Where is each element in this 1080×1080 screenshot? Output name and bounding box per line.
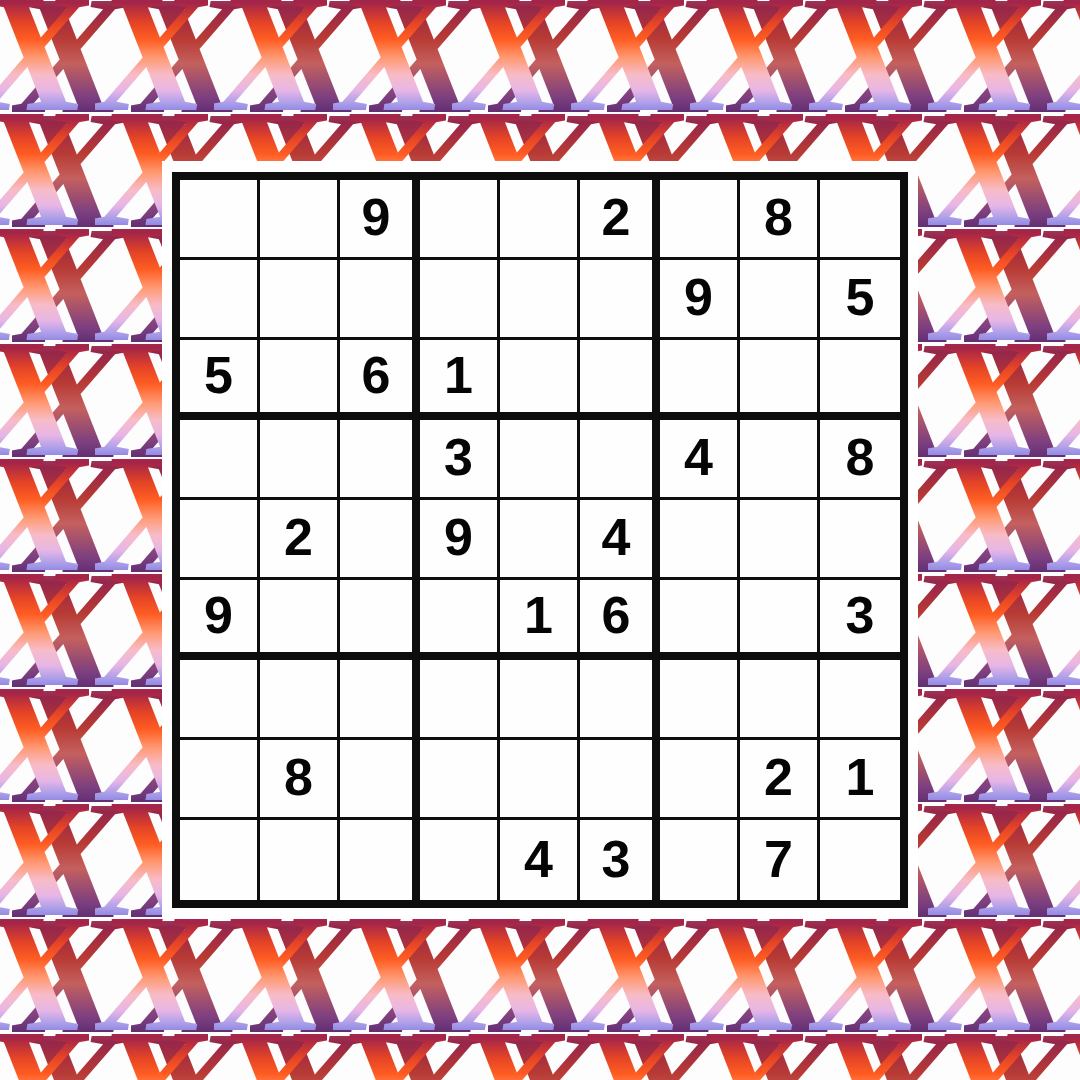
x-letter-layer: X <box>937 437 1050 607</box>
background-x-letter: XXX <box>1047 1003 1080 1080</box>
x-letter-layer: X <box>0 428 89 598</box>
sudoku-given-digit: 1 <box>846 751 875 803</box>
x-letter-layer: X <box>937 667 1050 837</box>
sudoku-given-digit: 2 <box>602 191 631 243</box>
sudoku-cell-r2c5[interactable] <box>500 260 580 340</box>
x-letter-layer: X <box>1056 322 1080 492</box>
sudoku-given-digit: 8 <box>846 431 875 483</box>
x-letter-layer: X <box>0 313 89 483</box>
sudoku-cell-r1c7[interactable] <box>660 180 740 260</box>
sudoku-cell-r9c2[interactable] <box>260 820 340 900</box>
x-letter-layer: X <box>580 1012 693 1080</box>
sudoku-cell-r5c1[interactable] <box>180 500 260 580</box>
x-letter-layer: X <box>937 322 1050 492</box>
x-letter-layer: X <box>690 1003 803 1080</box>
x-letter-layer: X <box>333 0 446 138</box>
x-letter-layer: X <box>928 83 1041 253</box>
sudoku-given-digit: 4 <box>524 833 553 885</box>
sudoku-cell-r6c9[interactable]: 3 <box>820 580 900 660</box>
x-letter-layer: X <box>95 1003 208 1080</box>
background-x-letter: XXX <box>0 83 98 253</box>
sudoku-cell-r3c4[interactable]: 1 <box>420 340 500 420</box>
x-letter-layer: X <box>0 437 98 607</box>
background-x-letter: XXX <box>1047 543 1080 713</box>
background-x-letter: XXX <box>571 1003 693 1080</box>
x-letter-layer: X <box>95 0 208 138</box>
background-x-letter: XXX <box>0 198 98 368</box>
background-x-letter: XXX <box>95 1003 217 1080</box>
x-letter-layer: X <box>1056 207 1080 377</box>
x-letter-layer: X <box>223 897 336 1067</box>
sudoku-board: 928955613482949163821437 <box>172 172 908 908</box>
background-x-letter: XXX <box>928 198 1050 368</box>
sudoku-cell-r8c4[interactable] <box>420 740 500 820</box>
sudoku-cell-r8c1[interactable] <box>180 740 260 820</box>
sudoku-cell-r4c3[interactable] <box>340 420 420 500</box>
background-x-letter: XXX <box>1047 83 1080 253</box>
sudoku-cell-r1c4[interactable] <box>420 180 500 260</box>
sudoku-cell-r5c9[interactable] <box>820 500 900 580</box>
sudoku-cell-r2c3[interactable] <box>340 260 420 340</box>
x-letter-layer: X <box>1047 0 1080 138</box>
sudoku-given-digit: 3 <box>602 833 631 885</box>
sudoku-cell-r2c1[interactable] <box>180 260 260 340</box>
x-letter-layer: X <box>571 1003 684 1080</box>
x-letter-layer: X <box>1047 313 1080 483</box>
x-letter-layer: X <box>369 0 482 140</box>
background-x-letter: XXX <box>0 658 98 828</box>
sudoku-cell-r6c1[interactable]: 9 <box>180 580 260 660</box>
sudoku-cell-r7c7[interactable] <box>660 660 740 740</box>
sudoku-cell-r3c2[interactable] <box>260 340 340 420</box>
sudoku-cell-r3c1[interactable]: 5 <box>180 340 260 420</box>
x-letter-layer: X <box>452 0 565 138</box>
x-letter-layer: X <box>1056 92 1080 262</box>
x-letter-layer: X <box>699 0 812 147</box>
sudoku-cell-r8c9[interactable]: 1 <box>820 740 900 820</box>
sudoku-cell-r1c6[interactable]: 2 <box>580 180 660 260</box>
x-letter-layer: X <box>452 1003 565 1080</box>
sudoku-cell-r6c2[interactable] <box>260 580 340 660</box>
sudoku-cell-r8c7[interactable] <box>660 740 740 820</box>
x-letter-layer: X <box>928 773 1041 943</box>
x-letter-layer: X <box>937 897 1050 1067</box>
sudoku-given-digit: 8 <box>764 191 793 243</box>
x-letter-layer: X <box>928 658 1041 828</box>
x-letter-layer: X <box>607 0 720 140</box>
sudoku-cell-r1c3[interactable]: 9 <box>340 180 420 260</box>
background-x-letter: XXX <box>0 1003 98 1080</box>
x-letter-layer: X <box>809 1003 922 1080</box>
sudoku-given-digit: 9 <box>444 511 473 563</box>
x-letter-layer: X <box>1047 198 1080 368</box>
sudoku-cell-r7c4[interactable] <box>420 660 500 740</box>
x-letter-layer: X <box>12 775 125 945</box>
x-letter-layer: X <box>0 897 98 1067</box>
background-x-letter: XXX <box>1047 313 1080 483</box>
sudoku-cell-r7c1[interactable] <box>180 660 260 740</box>
x-letter-layer: X <box>104 1012 217 1080</box>
sudoku-given-digit: 7 <box>764 833 793 885</box>
x-letter-layer: X <box>928 0 1041 138</box>
sudoku-given-digit: 4 <box>602 511 631 563</box>
background-x-letter: XXX <box>928 0 1050 138</box>
x-letter-layer: X <box>12 545 125 715</box>
x-letter-layer: X <box>1047 543 1080 713</box>
sudoku-given-digit: 4 <box>684 431 713 483</box>
x-letter-layer: X <box>0 83 89 253</box>
background-x-letter: XXX <box>0 313 98 483</box>
sudoku-given-digit: 1 <box>444 349 473 401</box>
x-letter-layer: X <box>1056 0 1080 147</box>
sudoku-cell-r9c1[interactable] <box>180 820 260 900</box>
sudoku-cell-r3c7[interactable] <box>660 340 740 420</box>
x-letter-layer: X <box>333 1003 446 1080</box>
background-x-letter: XXX <box>928 773 1050 943</box>
x-letter-layer: X <box>0 0 98 147</box>
x-letter-layer: X <box>461 1012 574 1080</box>
x-letter-layer: X <box>1056 437 1080 607</box>
x-letter-layer: X <box>0 322 98 492</box>
sudoku-cell-r9c4[interactable] <box>420 820 500 900</box>
x-letter-layer: X <box>937 1012 1050 1080</box>
x-letter-layer: X <box>104 897 217 1067</box>
sudoku-cell-r3c8[interactable] <box>740 340 820 420</box>
x-letter-layer: X <box>964 890 1077 1060</box>
background-x-letter: XXX <box>1047 0 1080 138</box>
x-letter-layer: X <box>131 1005 244 1080</box>
sudoku-cell-r8c6[interactable] <box>580 740 660 820</box>
x-letter-layer: X <box>0 1012 98 1080</box>
background-x-letter: XXX <box>1047 428 1080 598</box>
sudoku-cell-r5c2[interactable]: 2 <box>260 500 340 580</box>
x-letter-layer: X <box>0 198 89 368</box>
background-x-letter: XXX <box>452 0 574 138</box>
sudoku-cell-r2c4[interactable] <box>420 260 500 340</box>
sudoku-cell-r2c9[interactable]: 5 <box>820 260 900 340</box>
x-letter-layer: X <box>928 1003 1041 1080</box>
x-letter-layer: X <box>0 782 98 952</box>
x-letter-layer: X <box>0 667 98 837</box>
sudoku-cell-r1c1[interactable] <box>180 180 260 260</box>
x-letter-layer: X <box>12 200 125 370</box>
x-letter-layer: X <box>928 888 1041 1058</box>
sudoku-given-digit: 3 <box>846 589 875 641</box>
x-letter-layer: X <box>250 0 363 140</box>
sudoku-given-digit: 3 <box>444 431 473 483</box>
x-letter-layer: X <box>964 775 1077 945</box>
x-letter-layer: X <box>1056 782 1080 952</box>
x-letter-layer: X <box>1047 773 1080 943</box>
x-letter-layer: X <box>1047 428 1080 598</box>
x-letter-layer: X <box>12 315 125 485</box>
sudoku-cell-r9c6[interactable]: 3 <box>580 820 660 900</box>
background-x-letter: XXX <box>809 1003 931 1080</box>
x-letter-layer: X <box>342 0 455 147</box>
x-letter-layer: X <box>699 1012 812 1080</box>
sudoku-cell-r3c9[interactable] <box>820 340 900 420</box>
x-letter-layer: X <box>12 890 125 1060</box>
sudoku-cell-r9c3[interactable] <box>340 820 420 900</box>
sudoku-cell-r5c5[interactable] <box>500 500 580 580</box>
background-x-letter: XXX <box>928 1003 1050 1080</box>
background-x-letter: XXX <box>333 1003 455 1080</box>
sudoku-cell-r2c7[interactable]: 9 <box>660 260 740 340</box>
x-letter-layer: X <box>12 430 125 600</box>
background-x-letter: XXX <box>1047 773 1080 943</box>
sudoku-cell-r7c3[interactable] <box>340 660 420 740</box>
background-x-letter: XXX <box>0 773 98 943</box>
x-letter-layer: X <box>937 552 1050 722</box>
sudoku-cell-r1c5[interactable] <box>500 180 580 260</box>
sudoku-cell-r7c6[interactable] <box>580 660 660 740</box>
sudoku-cell-r4c8[interactable] <box>740 420 820 500</box>
sudoku-cell-r6c5[interactable]: 1 <box>500 580 580 660</box>
x-letter-layer: X <box>223 0 336 147</box>
background-x-letter: XXX <box>571 0 693 138</box>
background-x-letter: XXX <box>690 1003 812 1080</box>
x-letter-layer: X <box>1047 1003 1080 1080</box>
x-letter-layer: X <box>0 543 89 713</box>
x-letter-layer: X <box>214 1003 327 1080</box>
sudoku-cell-r4c6[interactable] <box>580 420 660 500</box>
sudoku-cell-r5c3[interactable] <box>340 500 420 580</box>
sudoku-cell-r4c1[interactable] <box>180 420 260 500</box>
background-x-letter: XXX <box>928 888 1050 1058</box>
sudoku-cell-r6c4[interactable] <box>420 580 500 660</box>
x-letter-layer: X <box>1056 897 1080 1067</box>
x-letter-layer: X <box>845 1005 958 1080</box>
sudoku-cell-r5c4[interactable]: 9 <box>420 500 500 580</box>
sudoku-cell-r2c2[interactable] <box>260 260 340 340</box>
x-letter-layer: X <box>0 658 89 828</box>
background-x-letter: XXX <box>928 543 1050 713</box>
sudoku-cell-r6c3[interactable] <box>340 580 420 660</box>
x-letter-layer: X <box>726 0 839 140</box>
x-letter-layer: X <box>0 773 89 943</box>
x-letter-layer: X <box>964 315 1077 485</box>
x-letter-layer: X <box>1056 667 1080 837</box>
x-letter-layer: X <box>214 0 327 138</box>
sudoku-cell-r6c7[interactable] <box>660 580 740 660</box>
background-x-letter: XXX <box>0 543 98 713</box>
x-letter-layer: X <box>690 0 803 138</box>
sudoku-given-digit: 5 <box>846 271 875 323</box>
x-letter-layer: X <box>726 1005 839 1080</box>
sudoku-cell-r3c3[interactable]: 6 <box>340 340 420 420</box>
background-x-letter: XXX <box>0 428 98 598</box>
sudoku-given-digit: 6 <box>362 349 391 401</box>
x-letter-layer: X <box>1056 1012 1080 1080</box>
x-letter-layer: X <box>964 660 1077 830</box>
sudoku-given-digit: 8 <box>284 751 313 803</box>
x-letter-layer: X <box>845 0 958 140</box>
x-letter-layer: X <box>937 782 1050 952</box>
x-letter-layer: X <box>461 0 574 147</box>
sudoku-cell-r3c5[interactable] <box>500 340 580 420</box>
x-letter-layer: X <box>12 660 125 830</box>
x-letter-layer: X <box>488 0 601 140</box>
sudoku-cell-r9c5[interactable]: 4 <box>500 820 580 900</box>
background-x-letter: XXX <box>928 313 1050 483</box>
sudoku-cell-r4c4[interactable]: 3 <box>420 420 500 500</box>
sudoku-cell-r2c6[interactable] <box>580 260 660 340</box>
x-letter-layer: X <box>964 1005 1077 1080</box>
x-letter-layer: X <box>369 1005 482 1080</box>
x-letter-layer: X <box>964 430 1077 600</box>
sudoku-cell-r5c7[interactable] <box>660 500 740 580</box>
sudoku-cell-r1c8[interactable]: 8 <box>740 180 820 260</box>
x-letter-layer: X <box>809 0 922 138</box>
sudoku-cell-r4c5[interactable] <box>500 420 580 500</box>
x-letter-layer: X <box>818 897 931 1067</box>
sudoku-given-digit: 9 <box>204 589 233 641</box>
sudoku-given-digit: 5 <box>204 349 233 401</box>
sudoku-given-digit: 2 <box>764 751 793 803</box>
x-letter-layer: X <box>937 207 1050 377</box>
sudoku-given-digit: 1 <box>524 589 553 641</box>
x-letter-layer: X <box>342 897 455 1067</box>
x-letter-layer: X <box>937 0 1050 147</box>
sudoku-cell-r3c6[interactable] <box>580 340 660 420</box>
x-letter-layer: X <box>928 313 1041 483</box>
background-x-letter: XXX <box>214 1003 336 1080</box>
x-letter-layer: X <box>1047 83 1080 253</box>
background-x-letter: XXX <box>214 0 336 138</box>
sudoku-given-digit: 9 <box>362 191 391 243</box>
x-letter-layer: X <box>104 0 217 147</box>
x-letter-layer: X <box>1047 658 1080 828</box>
sudoku-cell-r6c8[interactable] <box>740 580 820 660</box>
x-letter-layer: X <box>818 0 931 147</box>
sudoku-cell-r9c7[interactable] <box>660 820 740 900</box>
x-letter-layer: X <box>928 428 1041 598</box>
x-letter-layer: X <box>0 552 98 722</box>
sudoku-given-digit: 9 <box>684 271 713 323</box>
background-x-letter: XXX <box>0 888 98 1058</box>
background-x-letter: XXX <box>1047 198 1080 368</box>
x-letter-layer: X <box>580 0 693 147</box>
x-letter-layer: X <box>0 888 89 1058</box>
x-letter-layer: X <box>12 85 125 255</box>
x-letter-layer: X <box>250 1005 363 1080</box>
sudoku-cell-r4c7[interactable]: 4 <box>660 420 740 500</box>
x-letter-layer: X <box>131 0 244 140</box>
sudoku-cell-r5c8[interactable] <box>740 500 820 580</box>
puzzle-image: XXXXXXXXXXXXXXXXXXXXXXXXXXXXXXXXXXXXXXXX… <box>0 0 1080 1080</box>
x-letter-layer: X <box>580 897 693 1067</box>
x-letter-layer: X <box>818 1012 931 1080</box>
x-letter-layer: X <box>607 1005 720 1080</box>
background-x-letter: XXX <box>809 0 931 138</box>
sudoku-cell-r9c9[interactable] <box>820 820 900 900</box>
x-letter-layer: X <box>571 0 684 138</box>
x-letter-layer: X <box>964 200 1077 370</box>
sudoku-cell-r4c9[interactable]: 8 <box>820 420 900 500</box>
sudoku-cell-r7c2[interactable] <box>260 660 340 740</box>
x-letter-layer: X <box>699 897 812 1067</box>
sudoku-cell-r2c8[interactable] <box>740 260 820 340</box>
background-x-letter: XXX <box>95 0 217 138</box>
x-letter-layer: X <box>0 92 98 262</box>
sudoku-given-digit: 2 <box>284 511 313 563</box>
x-letter-layer: X <box>12 1005 125 1080</box>
x-letter-layer: X <box>964 0 1077 140</box>
background-x-letter: XXX <box>1047 888 1080 1058</box>
x-letter-layer: X <box>928 543 1041 713</box>
sudoku-cell-r1c2[interactable] <box>260 180 340 260</box>
x-letter-layer: X <box>1047 888 1080 1058</box>
x-letter-layer: X <box>12 0 125 140</box>
background-x-letter: XXX <box>452 1003 574 1080</box>
x-letter-layer: X <box>0 207 98 377</box>
x-letter-layer: X <box>342 1012 455 1080</box>
sudoku-cell-r1c9[interactable] <box>820 180 900 260</box>
sudoku-cell-r8c3[interactable] <box>340 740 420 820</box>
x-letter-layer: X <box>0 0 89 138</box>
background-x-letter: XXX <box>928 83 1050 253</box>
sudoku-cell-r7c9[interactable] <box>820 660 900 740</box>
sudoku-given-digit: 6 <box>602 589 631 641</box>
background-x-letter: XXX <box>333 0 455 138</box>
x-letter-layer: X <box>928 198 1041 368</box>
sudoku-cell-r7c5[interactable] <box>500 660 580 740</box>
x-letter-layer: X <box>0 1003 89 1080</box>
sudoku-cell-r8c2[interactable]: 8 <box>260 740 340 820</box>
x-letter-layer: X <box>1056 552 1080 722</box>
x-letter-layer: X <box>964 545 1077 715</box>
sudoku-cell-r9c8[interactable]: 7 <box>740 820 820 900</box>
x-letter-layer: X <box>964 85 1077 255</box>
x-letter-layer: X <box>937 92 1050 262</box>
sudoku-cell-r6c6[interactable]: 6 <box>580 580 660 660</box>
sudoku-panel: 928955613482949163821437 <box>162 161 918 918</box>
sudoku-cell-r7c8[interactable] <box>740 660 820 740</box>
background-x-letter: XXX <box>0 0 98 138</box>
x-letter-layer: X <box>223 1012 336 1080</box>
x-letter-layer: X <box>461 897 574 1067</box>
background-x-letter: XXX <box>690 0 812 138</box>
background-x-letter: XXX <box>928 428 1050 598</box>
sudoku-cell-r5c6[interactable]: 4 <box>580 500 660 580</box>
background-x-letter: XXX <box>928 658 1050 828</box>
sudoku-cell-r8c8[interactable]: 2 <box>740 740 820 820</box>
sudoku-cell-r4c2[interactable] <box>260 420 340 500</box>
sudoku-cell-r8c5[interactable] <box>500 740 580 820</box>
x-letter-layer: X <box>488 1005 601 1080</box>
background-x-letter: XXX <box>1047 658 1080 828</box>
